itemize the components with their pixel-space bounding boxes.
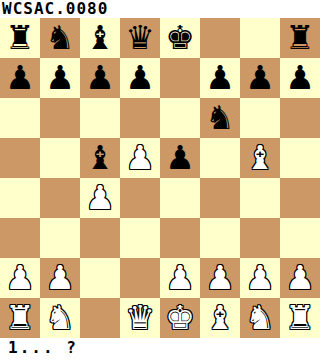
white-king-icon: ♚ — [160, 298, 200, 338]
square-h8[interactable]: ♜ — [280, 18, 320, 58]
square-h6[interactable] — [280, 98, 320, 138]
square-f6[interactable]: ♞ — [200, 98, 240, 138]
square-a7[interactable]: ♟ — [0, 58, 40, 98]
square-a3[interactable] — [0, 218, 40, 258]
square-b3[interactable] — [40, 218, 80, 258]
square-a5[interactable] — [0, 138, 40, 178]
square-h4[interactable] — [280, 178, 320, 218]
square-c4[interactable]: ♟ — [80, 178, 120, 218]
square-g5[interactable]: ♝ — [240, 138, 280, 178]
square-b7[interactable]: ♟ — [40, 58, 80, 98]
black-knight-icon: ♞ — [200, 98, 240, 138]
square-e6[interactable] — [160, 98, 200, 138]
square-d6[interactable] — [120, 98, 160, 138]
square-g4[interactable] — [240, 178, 280, 218]
black-pawn-icon: ♟ — [160, 138, 200, 178]
square-a4[interactable] — [0, 178, 40, 218]
move-prompt: 1... ? — [0, 338, 320, 360]
black-pawn-icon: ♟ — [40, 58, 80, 98]
square-a1[interactable]: ♜ — [0, 298, 40, 338]
white-pawn-icon: ♟ — [0, 258, 40, 298]
square-c1[interactable] — [80, 298, 120, 338]
square-e4[interactable] — [160, 178, 200, 218]
black-pawn-icon: ♟ — [240, 58, 280, 98]
square-d2[interactable] — [120, 258, 160, 298]
black-bishop-icon: ♝ — [80, 138, 120, 178]
square-h5[interactable] — [280, 138, 320, 178]
square-h7[interactable]: ♟ — [280, 58, 320, 98]
square-e8[interactable]: ♚ — [160, 18, 200, 58]
square-c6[interactable] — [80, 98, 120, 138]
square-g1[interactable]: ♞ — [240, 298, 280, 338]
white-queen-icon: ♛ — [120, 298, 160, 338]
black-knight-icon: ♞ — [40, 18, 80, 58]
black-pawn-icon: ♟ — [200, 58, 240, 98]
square-g2[interactable]: ♟ — [240, 258, 280, 298]
white-pawn-icon: ♟ — [280, 258, 320, 298]
square-d5[interactable]: ♟ — [120, 138, 160, 178]
white-pawn-icon: ♟ — [240, 258, 280, 298]
square-g7[interactable]: ♟ — [240, 58, 280, 98]
square-g6[interactable] — [240, 98, 280, 138]
square-b8[interactable]: ♞ — [40, 18, 80, 58]
white-bishop-icon: ♝ — [240, 138, 280, 178]
square-a2[interactable]: ♟ — [0, 258, 40, 298]
square-d4[interactable] — [120, 178, 160, 218]
square-c7[interactable]: ♟ — [80, 58, 120, 98]
square-g3[interactable] — [240, 218, 280, 258]
square-c5[interactable]: ♝ — [80, 138, 120, 178]
black-pawn-icon: ♟ — [0, 58, 40, 98]
white-rook-icon: ♜ — [280, 298, 320, 338]
white-pawn-icon: ♟ — [160, 258, 200, 298]
black-rook-icon: ♜ — [280, 18, 320, 58]
square-c8[interactable]: ♝ — [80, 18, 120, 58]
square-b6[interactable] — [40, 98, 80, 138]
square-f3[interactable] — [200, 218, 240, 258]
square-d3[interactable] — [120, 218, 160, 258]
white-pawn-icon: ♟ — [120, 138, 160, 178]
square-f2[interactable]: ♟ — [200, 258, 240, 298]
square-a6[interactable] — [0, 98, 40, 138]
white-rook-icon: ♜ — [0, 298, 40, 338]
white-pawn-icon: ♟ — [40, 258, 80, 298]
black-pawn-icon: ♟ — [280, 58, 320, 98]
square-f7[interactable]: ♟ — [200, 58, 240, 98]
black-queen-icon: ♛ — [120, 18, 160, 58]
square-e1[interactable]: ♚ — [160, 298, 200, 338]
white-pawn-icon: ♟ — [200, 258, 240, 298]
black-pawn-icon: ♟ — [80, 58, 120, 98]
black-king-icon: ♚ — [160, 18, 200, 58]
square-f4[interactable] — [200, 178, 240, 218]
square-b2[interactable]: ♟ — [40, 258, 80, 298]
square-d7[interactable]: ♟ — [120, 58, 160, 98]
white-pawn-icon: ♟ — [80, 178, 120, 218]
black-bishop-icon: ♝ — [80, 18, 120, 58]
chess-board: ♜♞♝♛♚♜♟♟♟♟♟♟♟♞♝♟♟♝♟♟♟♟♟♟♟♜♞♛♚♝♞♜ — [0, 18, 320, 338]
square-h1[interactable]: ♜ — [280, 298, 320, 338]
square-c3[interactable] — [80, 218, 120, 258]
white-knight-icon: ♞ — [40, 298, 80, 338]
square-h3[interactable] — [280, 218, 320, 258]
chess-program-window: WCSAC.0080 ♜♞♝♛♚♜♟♟♟♟♟♟♟♞♝♟♟♝♟♟♟♟♟♟♟♜♞♛♚… — [0, 0, 320, 360]
square-h2[interactable]: ♟ — [280, 258, 320, 298]
square-f5[interactable] — [200, 138, 240, 178]
square-c2[interactable] — [80, 258, 120, 298]
white-knight-icon: ♞ — [240, 298, 280, 338]
square-e2[interactable]: ♟ — [160, 258, 200, 298]
square-e5[interactable]: ♟ — [160, 138, 200, 178]
square-f8[interactable] — [200, 18, 240, 58]
square-f1[interactable]: ♝ — [200, 298, 240, 338]
square-b5[interactable] — [40, 138, 80, 178]
square-b1[interactable]: ♞ — [40, 298, 80, 338]
square-e3[interactable] — [160, 218, 200, 258]
square-d1[interactable]: ♛ — [120, 298, 160, 338]
square-b4[interactable] — [40, 178, 80, 218]
black-pawn-icon: ♟ — [120, 58, 160, 98]
white-bishop-icon: ♝ — [200, 298, 240, 338]
square-a8[interactable]: ♜ — [0, 18, 40, 58]
black-rook-icon: ♜ — [0, 18, 40, 58]
square-e7[interactable] — [160, 58, 200, 98]
square-d8[interactable]: ♛ — [120, 18, 160, 58]
square-g8[interactable] — [240, 18, 280, 58]
window-title: WCSAC.0080 — [0, 0, 320, 18]
